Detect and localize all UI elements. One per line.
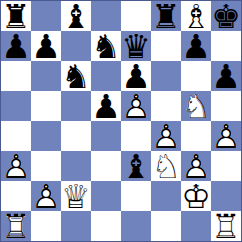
square-g7[interactable]: ♟ — [181, 31, 211, 61]
square-e5[interactable]: ♙ — [121, 91, 151, 121]
piece-white-knight[interactable]: ♘ — [181, 90, 211, 123]
square-g1[interactable] — [181, 211, 211, 241]
piece-white-king[interactable]: ♔ — [181, 180, 211, 213]
square-a7[interactable]: ♟ — [1, 31, 31, 61]
square-d2[interactable] — [91, 181, 121, 211]
square-c4[interactable] — [61, 121, 91, 151]
square-h8[interactable]: ♚ — [211, 1, 241, 31]
square-h1[interactable]: ♖ — [211, 211, 241, 241]
piece-white-queen[interactable]: ♕ — [61, 180, 91, 213]
square-d7[interactable]: ♞ — [91, 31, 121, 61]
square-a1[interactable]: ♖ — [1, 211, 31, 241]
square-f2[interactable] — [151, 181, 181, 211]
square-a5[interactable] — [1, 91, 31, 121]
square-d3[interactable] — [91, 151, 121, 181]
square-b6[interactable] — [31, 61, 61, 91]
square-d4[interactable] — [91, 121, 121, 151]
square-h6[interactable]: ♟ — [211, 61, 241, 91]
chess-board-container: ♜♝♜♗♚♟♟♞♛♟♞♟♟♟♙♘♙♙♙♝♘♙♙♕♔♖♖ — [0, 0, 242, 242]
piece-black-pawn[interactable]: ♟ — [211, 60, 241, 93]
square-f6[interactable] — [151, 61, 181, 91]
square-d1[interactable] — [91, 211, 121, 241]
piece-black-knight[interactable]: ♞ — [61, 60, 91, 93]
square-c8[interactable]: ♝ — [61, 1, 91, 31]
square-c6[interactable]: ♞ — [61, 61, 91, 91]
square-f3[interactable]: ♘ — [151, 151, 181, 181]
square-g2[interactable]: ♔ — [181, 181, 211, 211]
square-b2[interactable]: ♙ — [31, 181, 61, 211]
square-b7[interactable]: ♟ — [31, 31, 61, 61]
chess-board: ♜♝♜♗♚♟♟♞♛♟♞♟♟♟♙♘♙♙♙♝♘♙♙♕♔♖♖ — [0, 0, 242, 242]
square-c1[interactable] — [61, 211, 91, 241]
square-h3[interactable] — [211, 151, 241, 181]
square-b5[interactable] — [31, 91, 61, 121]
square-c2[interactable]: ♕ — [61, 181, 91, 211]
piece-white-rook[interactable]: ♖ — [211, 210, 241, 242]
piece-black-king[interactable]: ♚ — [211, 0, 241, 33]
square-d5[interactable]: ♟ — [91, 91, 121, 121]
square-f1[interactable] — [151, 211, 181, 241]
piece-white-pawn[interactable]: ♙ — [31, 180, 61, 213]
piece-black-rook[interactable]: ♜ — [151, 0, 181, 33]
square-f7[interactable] — [151, 31, 181, 61]
piece-white-pawn[interactable]: ♙ — [211, 120, 241, 153]
piece-white-pawn[interactable]: ♙ — [1, 150, 31, 183]
piece-black-pawn[interactable]: ♟ — [1, 30, 31, 63]
square-a3[interactable]: ♙ — [1, 151, 31, 181]
square-h4[interactable]: ♙ — [211, 121, 241, 151]
square-e2[interactable] — [121, 181, 151, 211]
square-a6[interactable] — [1, 61, 31, 91]
piece-white-rook[interactable]: ♖ — [1, 210, 31, 242]
square-f8[interactable]: ♜ — [151, 1, 181, 31]
piece-black-knight[interactable]: ♞ — [91, 30, 121, 63]
piece-black-bishop[interactable]: ♝ — [121, 150, 151, 183]
square-b1[interactable] — [31, 211, 61, 241]
piece-white-pawn[interactable]: ♙ — [121, 90, 151, 123]
square-e3[interactable]: ♝ — [121, 151, 151, 181]
square-g5[interactable]: ♘ — [181, 91, 211, 121]
piece-black-bishop[interactable]: ♝ — [61, 0, 91, 33]
piece-white-knight[interactable]: ♘ — [151, 150, 181, 183]
piece-black-pawn[interactable]: ♟ — [31, 30, 61, 63]
piece-black-pawn[interactable]: ♟ — [181, 30, 211, 63]
square-e1[interactable] — [121, 211, 151, 241]
piece-black-pawn[interactable]: ♟ — [91, 90, 121, 123]
square-c5[interactable] — [61, 91, 91, 121]
square-b4[interactable] — [31, 121, 61, 151]
